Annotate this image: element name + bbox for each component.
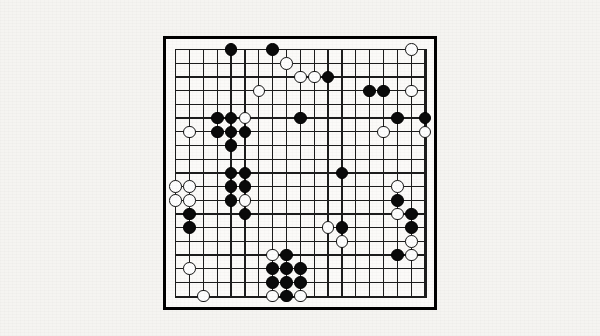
white-stone	[253, 85, 266, 98]
white-stone	[405, 85, 418, 98]
white-stone	[377, 126, 390, 139]
black-stone	[294, 262, 307, 275]
black-stone	[239, 208, 252, 221]
white-stone	[169, 194, 182, 207]
black-stone	[239, 126, 252, 139]
white-stone	[280, 57, 293, 70]
white-stone	[266, 290, 279, 303]
black-stone	[266, 43, 279, 56]
white-stone	[336, 235, 349, 248]
white-stone	[266, 249, 279, 262]
white-stone	[322, 221, 335, 234]
black-stone	[225, 112, 238, 125]
black-stone	[266, 262, 279, 275]
black-stone	[419, 112, 432, 125]
black-stone	[225, 139, 238, 152]
white-stone	[419, 126, 432, 139]
white-stone	[405, 249, 418, 262]
white-stone	[197, 290, 210, 303]
go-board	[163, 36, 437, 310]
black-stone	[336, 221, 349, 234]
black-stone	[266, 276, 279, 289]
black-stone	[377, 85, 390, 98]
black-stone	[391, 249, 404, 262]
white-stone	[308, 71, 321, 84]
white-stone	[391, 208, 404, 221]
black-stone	[239, 167, 252, 180]
white-stone	[183, 126, 196, 139]
white-stone	[294, 290, 307, 303]
black-stone	[391, 112, 404, 125]
black-stone	[405, 221, 418, 234]
white-stone	[183, 262, 196, 275]
white-stone	[183, 194, 196, 207]
black-stone	[225, 167, 238, 180]
black-stone	[294, 276, 307, 289]
black-stone	[336, 167, 349, 180]
black-stone	[363, 85, 376, 98]
white-stone	[294, 71, 307, 84]
white-stone	[239, 194, 252, 207]
black-stone	[225, 43, 238, 56]
black-stone	[211, 112, 224, 125]
black-stone	[211, 126, 224, 139]
white-stone	[405, 43, 418, 56]
black-stone	[294, 112, 307, 125]
black-stone	[280, 290, 293, 303]
white-stone	[405, 235, 418, 248]
black-stone	[391, 194, 404, 207]
scanned-page	[0, 0, 600, 336]
black-stone	[183, 208, 196, 221]
black-stone	[405, 208, 418, 221]
black-stone	[322, 71, 335, 84]
black-stone	[183, 221, 196, 234]
black-stone	[239, 180, 252, 193]
black-stone	[225, 126, 238, 139]
white-stone	[239, 112, 252, 125]
stones-layer	[169, 43, 432, 303]
black-stone	[280, 249, 293, 262]
white-stone	[391, 180, 404, 193]
black-stone	[280, 262, 293, 275]
black-stone	[280, 276, 293, 289]
white-stone	[183, 180, 196, 193]
black-stone	[225, 180, 238, 193]
black-stone	[225, 194, 238, 207]
white-stone	[169, 180, 182, 193]
